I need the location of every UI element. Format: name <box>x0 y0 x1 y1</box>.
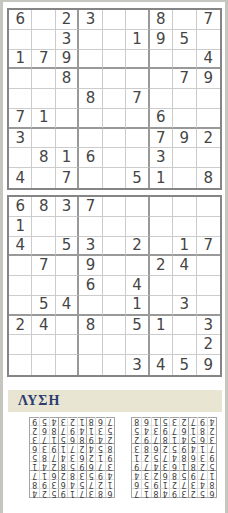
solution-left-cell-r6c1: 8 <box>105 443 114 452</box>
puzzle-2-cell-r7c8 <box>173 316 196 336</box>
sudoku-grid-puzzle-2: 68371453217792464541324851323459 <box>7 195 222 377</box>
puzzle-2-cell-r6c5 <box>103 296 126 316</box>
puzzle-2-cell-r5c8 <box>173 276 196 296</box>
puzzle-2-cell-r8c5 <box>103 335 126 355</box>
solution-right-cell-r8c3: 1 <box>188 425 197 434</box>
puzzle-2-cell-r8c2 <box>32 335 55 355</box>
puzzle-2-cell-r9c8: 5 <box>173 355 196 375</box>
solution-right-cell-r3c2: 7 <box>197 470 206 479</box>
page-right-border <box>225 0 228 513</box>
solution-right-cell-r3c8: 3 <box>141 470 150 479</box>
solution-left-cell-r6c3: 4 <box>86 443 95 452</box>
puzzle-2-cell-r5c5 <box>103 276 126 296</box>
solution-left-cell-r8c8: 6 <box>39 425 48 434</box>
solution-right-cell-r9c4: 2 <box>179 417 188 425</box>
solution-left-cell-r3c7: 6 <box>49 470 58 479</box>
puzzle-1-cell-r6c7: 6 <box>150 109 173 129</box>
solution-right-cell-r2c6: 1 <box>160 479 169 488</box>
solution-right-cell-r2c9: 6 <box>132 479 141 488</box>
puzzle-2-cell-r8c3 <box>56 335 79 355</box>
puzzle-1-cell-r7c9: 2 <box>197 129 220 149</box>
solution-right-cell-r4c1: 5 <box>207 461 216 470</box>
solution-left-cell-r4c1: 3 <box>105 461 114 470</box>
puzzle-1-cell-r4c1 <box>9 69 32 89</box>
solution-right-cell-r9c7: 1 <box>151 417 160 425</box>
puzzle-2-cell-r4c8: 4 <box>173 256 196 276</box>
puzzle-1-cell-r3c4 <box>79 50 102 70</box>
solution-left-cell-r3c2: 9 <box>95 470 104 479</box>
puzzle-1-cell-r3c9: 4 <box>197 50 220 70</box>
puzzle-2-cell-r1c8 <box>173 197 196 217</box>
solution-right-cell-r3c9: 4 <box>132 470 141 479</box>
solution-right-cell-r7c7: 7 <box>151 434 160 443</box>
solution-right-cell-r3c1: 1 <box>207 470 216 479</box>
solution-left-cell-r1c9: 4 <box>30 488 39 497</box>
solution-left-cell-r8c2: 3 <box>95 425 104 434</box>
puzzle-1-cell-r1c9: 7 <box>197 10 220 30</box>
puzzle-2-cell-r8c8 <box>173 335 196 355</box>
puzzle-2-cell-r5c7 <box>150 276 173 296</box>
solution-right-cell-r6c1: 7 <box>207 443 216 452</box>
solution-left-cell-r1c5: 1 <box>67 488 76 497</box>
puzzle-1-cell-r9c5 <box>103 168 126 188</box>
puzzle-1-cell-r1c8 <box>173 10 196 30</box>
solution-right-cell-r8c8: 4 <box>141 425 150 434</box>
solution-left-cell-r7c5: 6 <box>67 434 76 443</box>
puzzle-2-cell-r9c3 <box>56 355 79 375</box>
puzzle-1-cell-r4c4 <box>79 69 102 89</box>
puzzle-1-cell-r5c9 <box>197 89 220 109</box>
solution-right-cell-r8c9: 5 <box>132 425 141 434</box>
solution-right-cell-r4c6: 3 <box>160 461 169 470</box>
puzzle-2-cell-r9c6: 3 <box>126 355 149 375</box>
solution-left-cell-r2c8: 9 <box>39 479 48 488</box>
puzzle-1-cell-r7c5 <box>103 129 126 149</box>
puzzle-1-cell-r6c1: 7 <box>9 109 32 129</box>
puzzle-2-cell-r1c4: 7 <box>79 197 102 217</box>
solution-right-cell-r3c6: 6 <box>160 470 169 479</box>
solution-left-cell-r6c9: 6 <box>30 443 39 452</box>
puzzle-2-cell-r7c3 <box>56 316 79 336</box>
solution-right-cell-r7c9: 2 <box>132 434 141 443</box>
solution-left-cell-r6c6: 1 <box>58 443 67 452</box>
solution-left-cell-r7c4: 8 <box>77 434 86 443</box>
puzzle-2-cell-r2c6 <box>126 217 149 237</box>
solution-right-cell-r5c8: 2 <box>141 452 150 461</box>
solution-right-cell-r1c9: 7 <box>132 488 141 497</box>
solution-left-cell-r9c1: 7 <box>105 417 114 425</box>
solution-left-cell-r5c5: 3 <box>67 452 76 461</box>
solution-left-cell-r8c7: 8 <box>49 425 58 434</box>
solution-right-cell-r5c6: 7 <box>160 452 169 461</box>
solution-right-cell-r2c3: 3 <box>188 479 197 488</box>
page-left-border <box>0 0 3 513</box>
solution-right-cell-r6c2: 1 <box>197 443 206 452</box>
puzzle-2-cell-r6c4 <box>79 296 102 316</box>
puzzle-2-cell-r1c2: 8 <box>32 197 55 217</box>
puzzle-2-cell-r4c7: 2 <box>150 256 173 276</box>
puzzle-1-cell-r2c9 <box>197 30 220 50</box>
solution-right-cell-r1c3: 2 <box>188 488 197 497</box>
puzzle-1-cell-r8c7: 3 <box>150 148 173 168</box>
solution-right-cell-r2c4: 7 <box>179 479 188 488</box>
puzzle-1-cell-r5c2 <box>32 89 55 109</box>
solution-right-cell-r4c7: 4 <box>151 461 160 470</box>
solution-right-cell-r8c7: 3 <box>151 425 160 434</box>
sudoku-grid-puzzle-1: 6238731951794879877163792816347518 <box>7 8 222 190</box>
solution-left-cell-r9c3: 8 <box>86 417 95 425</box>
puzzle-1-cell-r9c4 <box>79 168 102 188</box>
puzzle-1-cell-r7c7: 7 <box>150 129 173 149</box>
puzzle-2-cell-r5c3 <box>56 276 79 296</box>
puzzle-1-cell-r8c4: 6 <box>79 148 102 168</box>
solution-right-cell-r8c5: 7 <box>169 425 178 434</box>
solution-right-cell-r1c4: 3 <box>179 488 188 497</box>
puzzle-2-cell-r1c6 <box>126 197 149 217</box>
puzzle-2-cell-r9c1 <box>9 355 32 375</box>
puzzle-1-cell-r4c3: 8 <box>56 69 79 89</box>
puzzle-2-cell-r6c2: 5 <box>32 296 55 316</box>
puzzle-1-cell-r8c5 <box>103 148 126 168</box>
puzzle-2-cell-r6c7 <box>150 296 173 316</box>
puzzle-2-cell-r4c1 <box>9 256 32 276</box>
puzzle-2-cell-r4c2: 7 <box>32 256 55 276</box>
solution-right-cell-r6c5: 5 <box>169 443 178 452</box>
puzzle-1-cell-r1c5 <box>103 10 126 30</box>
puzzle-2-cell-r4c9 <box>197 256 220 276</box>
puzzle-2-cell-r2c8 <box>173 217 196 237</box>
puzzle-1-cell-r4c7 <box>150 69 173 89</box>
puzzle-1-cell-r1c4: 3 <box>79 10 102 30</box>
solution-right-cell-r6c7: 6 <box>151 443 160 452</box>
puzzle-2-cell-r8c7 <box>150 335 173 355</box>
sudoku-puzzle-page: 6238731951794879877163792816347518 68371… <box>0 0 228 513</box>
solution-left-cell-r4c7: 2 <box>49 461 58 470</box>
puzzle-2-cell-r1c7 <box>150 197 173 217</box>
puzzle-1-cell-r2c7: 9 <box>150 30 173 50</box>
puzzle-1-cell-r9c9: 8 <box>197 168 220 188</box>
puzzle-1-cell-r7c3 <box>56 129 79 149</box>
solution-right-cell-r7c6: 8 <box>160 434 169 443</box>
solution-right-cell-r8c1: 2 <box>207 425 216 434</box>
puzzle-2-cell-r7c7: 1 <box>150 316 173 336</box>
solution-right-cell-r7c8: 9 <box>141 434 150 443</box>
page-top-border <box>0 0 228 2</box>
puzzle-2-cell-r8c9: 2 <box>197 335 220 355</box>
puzzle-2-cell-r4c6 <box>126 256 149 276</box>
puzzle-2-cell-r3c9: 7 <box>197 237 220 257</box>
solution-left-cell-r6c4: 2 <box>77 443 86 452</box>
puzzle-2-cell-r3c2 <box>32 237 55 257</box>
solution-left-cell-r5c4: 6 <box>77 452 86 461</box>
puzzle-2-cell-r9c5 <box>103 355 126 375</box>
solution-left-cell-r9c5: 2 <box>67 417 76 425</box>
puzzle-2-cell-r2c4 <box>79 217 102 237</box>
solution-right-cell-r4c2: 2 <box>197 461 206 470</box>
solution-right-cell-r3c4: 5 <box>179 470 188 479</box>
puzzle-1-cell-r5c6: 7 <box>126 89 149 109</box>
puzzle-2-cell-r1c9 <box>197 197 220 217</box>
solution-right-cell-r9c2: 9 <box>197 417 206 425</box>
puzzle-1-cell-r5c1 <box>9 89 32 109</box>
solution-right-cell-r1c5: 9 <box>169 488 178 497</box>
puzzle-1-cell-r2c2 <box>32 30 55 50</box>
puzzle-2-cell-r9c7: 4 <box>150 355 173 375</box>
solution-left-cell-r2c7: 3 <box>49 479 58 488</box>
solution-right-cell-r9c1: 4 <box>207 417 216 425</box>
solution-right-cell-r2c5: 2 <box>169 479 178 488</box>
solution-left-cell-r5c7: 7 <box>49 452 58 461</box>
puzzle-1-cell-r9c7: 1 <box>150 168 173 188</box>
puzzle-1-cell-r8c9 <box>197 148 220 168</box>
solution-right-cell-r5c7: 5 <box>151 452 160 461</box>
solution-left-cell-r4c6: 8 <box>58 461 67 470</box>
solution-grid-left: 6837195241275463984953826173769582419126… <box>29 417 115 498</box>
puzzle-2-cell-r2c7 <box>150 217 173 237</box>
puzzle-1-cell-r4c6 <box>126 69 149 89</box>
solution-left-cell-r7c7: 1 <box>49 434 58 443</box>
solution-right-cell-r7c1: 3 <box>207 434 216 443</box>
solution-left-cell-r1c7: 5 <box>49 488 58 497</box>
puzzle-2-cell-r5c6: 4 <box>126 276 149 296</box>
puzzle-1-cell-r9c3: 7 <box>56 168 79 188</box>
puzzle-1-cell-r9c8 <box>173 168 196 188</box>
solution-right-cell-r2c1: 8 <box>207 479 216 488</box>
solution-right-cell-r6c4: 9 <box>179 443 188 452</box>
puzzle-1-cell-r9c6: 5 <box>126 168 149 188</box>
solution-grid-right: 6523948178437219561795862345281634799368… <box>131 417 217 498</box>
puzzle-1-cell-r2c3: 3 <box>56 30 79 50</box>
puzzle-1-cell-r6c4 <box>79 109 102 129</box>
solution-left-cell-r1c6: 9 <box>58 488 67 497</box>
puzzle-1-cell-r8c2: 8 <box>32 148 55 168</box>
solution-right-cell-r4c4: 1 <box>179 461 188 470</box>
solution-right-cell-r8c6: 9 <box>160 425 169 434</box>
solution-left-cell-r4c9: 1 <box>30 461 39 470</box>
puzzle-1-cell-r8c6 <box>126 148 149 168</box>
puzzle-1-cell-r7c1: 3 <box>9 129 32 149</box>
puzzle-1-cell-r7c2 <box>32 129 55 149</box>
solution-left-cell-r8c9: 2 <box>30 425 39 434</box>
puzzle-2-cell-r7c9: 3 <box>197 316 220 336</box>
puzzle-1-cell-r1c1: 6 <box>9 10 32 30</box>
puzzle-1-cell-r3c8 <box>173 50 196 70</box>
solution-left-cell-r7c3: 9 <box>86 434 95 443</box>
solution-right-cell-r5c2: 3 <box>197 452 206 461</box>
solution-left-cell-r9c7: 4 <box>49 417 58 425</box>
solution-left-cell-r9c8: 5 <box>39 417 48 425</box>
puzzle-1-cell-r8c1 <box>9 148 32 168</box>
solution-right-cell-r2c8: 5 <box>141 479 150 488</box>
puzzle-2-cell-r7c6: 5 <box>126 316 149 336</box>
puzzle-2-cell-r9c2 <box>32 355 55 375</box>
puzzle-2-cell-r5c9 <box>197 276 220 296</box>
puzzle-2-cell-r7c5 <box>103 316 126 336</box>
puzzle-1-cell-r9c2 <box>32 168 55 188</box>
puzzle-1-cell-r1c6 <box>126 10 149 30</box>
solution-right-cell-r6c9: 3 <box>132 443 141 452</box>
solution-right-cell-r6c6: 2 <box>160 443 169 452</box>
puzzle-1-cell-r2c6: 1 <box>126 30 149 50</box>
puzzle-2-cell-r3c8: 1 <box>173 237 196 257</box>
solution-right-cell-r9c3: 7 <box>188 417 197 425</box>
puzzle-1-cell-r7c4 <box>79 129 102 149</box>
puzzle-1-cell-r5c4: 8 <box>79 89 102 109</box>
solution-right-cell-r3c7: 2 <box>151 470 160 479</box>
solution-right-cell-r8c4: 6 <box>179 425 188 434</box>
puzzle-2-cell-r6c6: 1 <box>126 296 149 316</box>
solution-left-cell-r9c6: 3 <box>58 417 67 425</box>
solution-left-cell-r5c2: 1 <box>95 452 104 461</box>
solution-left-cell-r3c4: 3 <box>77 470 86 479</box>
solution-right-cell-r5c3: 6 <box>188 452 197 461</box>
puzzle-1-cell-r6c5 <box>103 109 126 129</box>
puzzle-1-cell-r2c1 <box>9 30 32 50</box>
puzzle-1-cell-r9c1: 4 <box>9 168 32 188</box>
solution-left-cell-r3c5: 8 <box>67 470 76 479</box>
puzzle-2-cell-r3c6: 2 <box>126 237 149 257</box>
puzzle-2-cell-r2c9 <box>197 217 220 237</box>
puzzle-2-cell-r2c2 <box>32 217 55 237</box>
solution-right-cell-r7c3: 5 <box>188 434 197 443</box>
puzzle-2-cell-r5c4: 6 <box>79 276 102 296</box>
puzzle-2-cell-r3c1: 4 <box>9 237 32 257</box>
puzzle-2-cell-r4c5 <box>103 256 126 276</box>
solution-left-cell-r3c3: 5 <box>86 470 95 479</box>
puzzle-1-cell-r3c7 <box>150 50 173 70</box>
puzzle-2-cell-r3c4: 3 <box>79 237 102 257</box>
solution-right-cell-r5c9: 1 <box>132 452 141 461</box>
puzzle-2-cell-r5c2 <box>32 276 55 296</box>
puzzle-1-cell-r5c7 <box>150 89 173 109</box>
solution-left-cell-r1c2: 8 <box>95 488 104 497</box>
solution-left-cell-r1c3: 3 <box>86 488 95 497</box>
solution-left-cell-r1c1: 6 <box>105 488 114 497</box>
puzzle-1-cell-r4c2 <box>32 69 55 89</box>
puzzle-2-cell-r7c1: 2 <box>9 316 32 336</box>
solution-right-cell-r9c8: 6 <box>141 417 150 425</box>
puzzle-2-cell-r9c4 <box>79 355 102 375</box>
solution-left-cell-r1c8: 2 <box>39 488 48 497</box>
puzzle-2-cell-r3c7 <box>150 237 173 257</box>
puzzle-1-cell-r1c3: 2 <box>56 10 79 30</box>
puzzle-1-cell-r6c6 <box>126 109 149 129</box>
solution-right-cell-r6c3: 4 <box>188 443 197 452</box>
puzzle-1-cell-r5c3 <box>56 89 79 109</box>
puzzle-1-cell-r4c8: 7 <box>173 69 196 89</box>
solution-left-cell-r5c1: 9 <box>105 452 114 461</box>
puzzle-2-cell-r6c9 <box>197 296 220 316</box>
solution-right-cell-r1c2: 5 <box>197 488 206 497</box>
puzzle-1-cell-r7c6 <box>126 129 149 149</box>
puzzle-2-cell-r9c9: 9 <box>197 355 220 375</box>
puzzle-2-cell-r8c1 <box>9 335 32 355</box>
puzzle-1-cell-r3c3: 9 <box>56 50 79 70</box>
solution-left-cell-r6c7: 9 <box>49 443 58 452</box>
solution-left-cell-r7c1: 2 <box>105 434 114 443</box>
solution-left-cell-r4c3: 6 <box>86 461 95 470</box>
solution-right-cell-r2c2: 4 <box>197 479 206 488</box>
puzzle-1-cell-r3c5 <box>103 50 126 70</box>
puzzle-2-cell-r6c3: 4 <box>56 296 79 316</box>
puzzle-1-cell-r1c7: 8 <box>150 10 173 30</box>
puzzle-2-cell-r2c5 <box>103 217 126 237</box>
solution-right-cell-r5c1: 9 <box>207 452 216 461</box>
solution-heading-text: ΛΥΣΗ <box>18 393 60 409</box>
solution-left-cell-r3c9: 7 <box>30 470 39 479</box>
solution-right-cell-r3c3: 9 <box>188 470 197 479</box>
puzzle-1-cell-r5c5 <box>103 89 126 109</box>
solution-left-cell-r8c4: 4 <box>77 425 86 434</box>
puzzle-1-cell-r2c8: 5 <box>173 30 196 50</box>
puzzle-1-cell-r4c5 <box>103 69 126 89</box>
solution-left-cell-r9c4: 1 <box>77 417 86 425</box>
puzzle-2-cell-r7c2: 4 <box>32 316 55 336</box>
solution-right-cell-r1c7: 8 <box>151 488 160 497</box>
solution-right-cell-r7c2: 6 <box>197 434 206 443</box>
solution-left-cell-r6c8: 3 <box>39 443 48 452</box>
solution-left-cell-r8c6: 7 <box>58 425 67 434</box>
solution-right-cell-r2c7: 9 <box>151 479 160 488</box>
solution-left-cell-r8c1: 5 <box>105 425 114 434</box>
solution-right-cell-r6c8: 8 <box>141 443 150 452</box>
solution-right-cell-r1c8: 1 <box>141 488 150 497</box>
solution-left-cell-r4c5: 5 <box>67 461 76 470</box>
solution-left-cell-r5c9: 5 <box>30 452 39 461</box>
puzzle-2-cell-r4c3 <box>56 256 79 276</box>
solution-left-cell-r3c1: 4 <box>105 470 114 479</box>
solution-left-cell-r8c5: 9 <box>67 425 76 434</box>
puzzle-1-cell-r2c4 <box>79 30 102 50</box>
puzzle-2-cell-r4c4: 9 <box>79 256 102 276</box>
puzzle-1-cell-r5c8 <box>173 89 196 109</box>
solution-left-cell-r7c8: 7 <box>39 434 48 443</box>
puzzle-1-cell-r2c5 <box>103 30 126 50</box>
solution-left-cell-r2c5: 4 <box>67 479 76 488</box>
solution-left-cell-r9c9: 9 <box>30 417 39 425</box>
puzzle-2-cell-r8c4 <box>79 335 102 355</box>
puzzle-2-cell-r1c3: 3 <box>56 197 79 217</box>
solution-right-cell-r9c6: 5 <box>160 417 169 425</box>
solution-right-cell-r4c9: 9 <box>132 461 141 470</box>
puzzle-2-cell-r2c1: 1 <box>9 217 32 237</box>
solution-left-cell-r6c5: 7 <box>67 443 76 452</box>
puzzle-2-cell-r2c3 <box>56 217 79 237</box>
puzzle-1-cell-r6c9 <box>197 109 220 129</box>
solution-left-cell-r2c9: 8 <box>30 479 39 488</box>
solution-left-cell-r4c4: 9 <box>77 461 86 470</box>
solution-left-cell-r9c2: 6 <box>95 417 104 425</box>
puzzle-2-cell-r3c3: 5 <box>56 237 79 257</box>
solution-right-cell-r4c5: 6 <box>169 461 178 470</box>
solution-right-cell-r1c1: 6 <box>207 488 216 497</box>
puzzle-1-cell-r8c8 <box>173 148 196 168</box>
solution-right-cell-r9c5: 3 <box>169 417 178 425</box>
puzzle-2-cell-r3c5 <box>103 237 126 257</box>
solution-left-cell-r2c2: 2 <box>95 479 104 488</box>
puzzle-1-cell-r4c9: 9 <box>197 69 220 89</box>
puzzle-2-cell-r1c5 <box>103 197 126 217</box>
puzzle-1-cell-r6c8 <box>173 109 196 129</box>
puzzle-2-cell-r1c1: 6 <box>9 197 32 217</box>
solution-left-cell-r5c3: 2 <box>86 452 95 461</box>
solution-left-cell-r6c2: 5 <box>95 443 104 452</box>
solution-right-cell-r8c2: 8 <box>197 425 206 434</box>
solution-left-cell-r3c8: 1 <box>39 470 48 479</box>
solution-left-cell-r2c4: 5 <box>77 479 86 488</box>
solution-left-cell-r7c9: 3 <box>30 434 39 443</box>
puzzle-2-cell-r8c6 <box>126 335 149 355</box>
